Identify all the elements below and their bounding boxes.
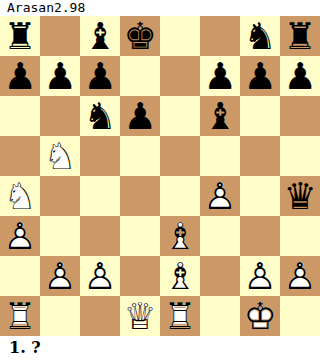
black-bishop[interactable]: ♝ bbox=[200, 96, 240, 136]
white-knight[interactable]: ♞♘ bbox=[0, 176, 40, 216]
square-f2[interactable] bbox=[200, 256, 240, 296]
chess-board[interactable]: ♜♝♚♞♜♟♟♟♟♟♟♞♟♝♞♘♞♘♟♙♛♟♙♝♗♟♙♟♙♝♗♟♙♟♙♜♖♛♕♜… bbox=[0, 16, 320, 336]
white-pawn[interactable]: ♟♙ bbox=[200, 176, 240, 216]
square-a5[interactable] bbox=[0, 136, 40, 176]
black-queen[interactable]: ♛ bbox=[280, 176, 320, 216]
square-g5[interactable] bbox=[240, 136, 280, 176]
square-c7[interactable]: ♟ bbox=[80, 56, 120, 96]
move-prompt: 1. ? bbox=[0, 336, 320, 360]
square-d6[interactable]: ♟ bbox=[120, 96, 160, 136]
square-c8[interactable]: ♝ bbox=[80, 16, 120, 56]
white-pawn[interactable]: ♟♙ bbox=[240, 256, 280, 296]
piece-outline: ♘ bbox=[40, 136, 80, 176]
square-a2[interactable] bbox=[0, 256, 40, 296]
white-pawn[interactable]: ♟♙ bbox=[80, 256, 120, 296]
piece-outline: ♕ bbox=[120, 296, 160, 336]
square-a1[interactable]: ♜♖ bbox=[0, 296, 40, 336]
piece-outline: ♙ bbox=[80, 256, 120, 296]
piece-outline: ♖ bbox=[160, 296, 200, 336]
piece-outline: ♙ bbox=[240, 256, 280, 296]
white-bishop[interactable]: ♝♗ bbox=[160, 216, 200, 256]
piece-glyph: ♟ bbox=[0, 56, 40, 96]
square-f3[interactable] bbox=[200, 216, 240, 256]
square-g4[interactable] bbox=[240, 176, 280, 216]
square-h1[interactable] bbox=[280, 296, 320, 336]
square-e1[interactable]: ♜♖ bbox=[160, 296, 200, 336]
square-e6[interactable] bbox=[160, 96, 200, 136]
square-h7[interactable]: ♟ bbox=[280, 56, 320, 96]
square-c1[interactable] bbox=[80, 296, 120, 336]
square-h8[interactable]: ♜ bbox=[280, 16, 320, 56]
square-h2[interactable]: ♟♙ bbox=[280, 256, 320, 296]
black-bishop[interactable]: ♝ bbox=[80, 16, 120, 56]
square-f5[interactable] bbox=[200, 136, 240, 176]
square-f4[interactable]: ♟♙ bbox=[200, 176, 240, 216]
piece-glyph: ♚ bbox=[120, 16, 160, 56]
black-pawn[interactable]: ♟ bbox=[200, 56, 240, 96]
square-g1[interactable]: ♚♔ bbox=[240, 296, 280, 336]
square-d3[interactable] bbox=[120, 216, 160, 256]
white-bishop[interactable]: ♝♗ bbox=[160, 256, 200, 296]
black-knight[interactable]: ♞ bbox=[240, 16, 280, 56]
square-b4[interactable] bbox=[40, 176, 80, 216]
piece-glyph: ♟ bbox=[240, 56, 280, 96]
square-b7[interactable]: ♟ bbox=[40, 56, 80, 96]
square-g8[interactable]: ♞ bbox=[240, 16, 280, 56]
square-e7[interactable] bbox=[160, 56, 200, 96]
black-knight[interactable]: ♞ bbox=[80, 96, 120, 136]
square-a7[interactable]: ♟ bbox=[0, 56, 40, 96]
square-a4[interactable]: ♞♘ bbox=[0, 176, 40, 216]
square-h6[interactable] bbox=[280, 96, 320, 136]
piece-outline: ♘ bbox=[0, 176, 40, 216]
square-g3[interactable] bbox=[240, 216, 280, 256]
window-title: Arasan2.98 bbox=[0, 0, 320, 16]
piece-glyph: ♟ bbox=[40, 56, 80, 96]
white-rook[interactable]: ♜♖ bbox=[0, 296, 40, 336]
piece-glyph: ♟ bbox=[200, 56, 240, 96]
black-pawn[interactable]: ♟ bbox=[40, 56, 80, 96]
square-b6[interactable] bbox=[40, 96, 80, 136]
piece-glyph: ♟ bbox=[80, 56, 120, 96]
piece-glyph: ♞ bbox=[80, 96, 120, 136]
white-knight[interactable]: ♞♘ bbox=[40, 136, 80, 176]
black-rook[interactable]: ♜ bbox=[280, 16, 320, 56]
piece-outline: ♗ bbox=[160, 256, 200, 296]
white-pawn[interactable]: ♟♙ bbox=[0, 216, 40, 256]
white-pawn[interactable]: ♟♙ bbox=[280, 256, 320, 296]
piece-outline: ♖ bbox=[0, 296, 40, 336]
square-h4[interactable]: ♛ bbox=[280, 176, 320, 216]
piece-outline: ♙ bbox=[200, 176, 240, 216]
piece-glyph: ♝ bbox=[80, 16, 120, 56]
square-g2[interactable]: ♟♙ bbox=[240, 256, 280, 296]
piece-glyph: ♜ bbox=[0, 16, 40, 56]
square-a6[interactable] bbox=[0, 96, 40, 136]
white-pawn[interactable]: ♟♙ bbox=[40, 256, 80, 296]
square-f8[interactable] bbox=[200, 16, 240, 56]
black-pawn[interactable]: ♟ bbox=[0, 56, 40, 96]
square-c6[interactable]: ♞ bbox=[80, 96, 120, 136]
square-f1[interactable] bbox=[200, 296, 240, 336]
square-d8[interactable]: ♚ bbox=[120, 16, 160, 56]
square-f6[interactable]: ♝ bbox=[200, 96, 240, 136]
square-b1[interactable] bbox=[40, 296, 80, 336]
white-queen[interactable]: ♛♕ bbox=[120, 296, 160, 336]
square-d5[interactable] bbox=[120, 136, 160, 176]
square-g6[interactable] bbox=[240, 96, 280, 136]
square-c3[interactable] bbox=[80, 216, 120, 256]
piece-glyph: ♛ bbox=[280, 176, 320, 216]
square-f7[interactable]: ♟ bbox=[200, 56, 240, 96]
square-b3[interactable] bbox=[40, 216, 80, 256]
square-d4[interactable] bbox=[120, 176, 160, 216]
square-h3[interactable] bbox=[280, 216, 320, 256]
square-c4[interactable] bbox=[80, 176, 120, 216]
square-b5[interactable]: ♞♘ bbox=[40, 136, 80, 176]
square-e8[interactable] bbox=[160, 16, 200, 56]
arasan-window: Arasan2.98 ♜♝♚♞♜♟♟♟♟♟♟♞♟♝♞♘♞♘♟♙♛♟♙♝♗♟♙♟♙… bbox=[0, 0, 320, 360]
white-king[interactable]: ♚♔ bbox=[240, 296, 280, 336]
square-d7[interactable] bbox=[120, 56, 160, 96]
piece-glyph: ♞ bbox=[240, 16, 280, 56]
square-b2[interactable]: ♟♙ bbox=[40, 256, 80, 296]
piece-outline: ♔ bbox=[240, 296, 280, 336]
square-e5[interactable] bbox=[160, 136, 200, 176]
piece-outline: ♙ bbox=[0, 216, 40, 256]
square-g7[interactable]: ♟ bbox=[240, 56, 280, 96]
square-a3[interactable]: ♟♙ bbox=[0, 216, 40, 256]
piece-outline: ♗ bbox=[160, 216, 200, 256]
square-c5[interactable] bbox=[80, 136, 120, 176]
piece-outline: ♙ bbox=[40, 256, 80, 296]
black-pawn[interactable]: ♟ bbox=[80, 56, 120, 96]
square-d2[interactable] bbox=[120, 256, 160, 296]
black-rook[interactable]: ♜ bbox=[0, 16, 40, 56]
square-e4[interactable] bbox=[160, 176, 200, 216]
piece-glyph: ♟ bbox=[120, 96, 160, 136]
piece-outline: ♙ bbox=[280, 256, 320, 296]
black-pawn[interactable]: ♟ bbox=[280, 56, 320, 96]
square-d1[interactable]: ♛♕ bbox=[120, 296, 160, 336]
black-king[interactable]: ♚ bbox=[120, 16, 160, 56]
piece-glyph: ♜ bbox=[280, 16, 320, 56]
square-c2[interactable]: ♟♙ bbox=[80, 256, 120, 296]
black-pawn[interactable]: ♟ bbox=[240, 56, 280, 96]
square-b8[interactable] bbox=[40, 16, 80, 56]
square-h5[interactable] bbox=[280, 136, 320, 176]
black-pawn[interactable]: ♟ bbox=[120, 96, 160, 136]
square-e2[interactable]: ♝♗ bbox=[160, 256, 200, 296]
square-a8[interactable]: ♜ bbox=[0, 16, 40, 56]
white-rook[interactable]: ♜♖ bbox=[160, 296, 200, 336]
piece-glyph: ♟ bbox=[280, 56, 320, 96]
square-e3[interactable]: ♝♗ bbox=[160, 216, 200, 256]
piece-glyph: ♝ bbox=[200, 96, 240, 136]
